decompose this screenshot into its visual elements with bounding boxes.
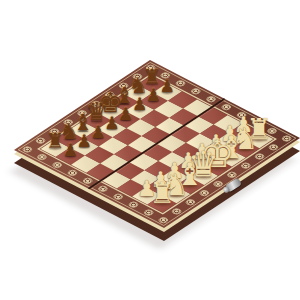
border-medallion [267, 143, 280, 151]
border-medallion [144, 64, 157, 72]
border-medallion [112, 193, 125, 201]
border-medallion [21, 146, 34, 154]
scene: ♜♟♞♟♝♟♚♟♛♟♝♟♟♞♜♟♟♜♞♟♟♝♟♚♟♛♟♝♟♞♟♜ [0, 0, 300, 300]
border-medallion [66, 169, 79, 177]
border-medallion [265, 127, 278, 135]
border-medallion [250, 119, 263, 127]
border-medallion [131, 73, 144, 81]
border-medallion [189, 87, 202, 95]
border-medallion [174, 79, 187, 87]
border-medallion [184, 198, 197, 206]
border-medallion [75, 109, 88, 117]
border-medallion [220, 103, 233, 111]
border-medallion [239, 162, 252, 170]
border-medallion [117, 82, 130, 90]
border-medallion [159, 72, 172, 80]
border-medallion [62, 118, 75, 126]
border-medallion [280, 135, 293, 143]
border-medallion [51, 161, 64, 169]
border-medallion [127, 201, 140, 209]
border-medallion [96, 185, 109, 193]
border-medallion [204, 95, 217, 103]
border-medallion [211, 180, 224, 188]
border-medallion [35, 153, 48, 161]
border-medallion [34, 137, 47, 145]
border-medallion [89, 100, 102, 108]
border-medallion [235, 111, 248, 119]
border-medallion [48, 128, 61, 136]
border-medallion [157, 216, 170, 224]
border-medallion [81, 177, 94, 185]
border-medallion [170, 207, 183, 215]
border-medallion [253, 153, 266, 161]
border-medallion [103, 91, 116, 99]
border-medallion [198, 189, 211, 197]
border-medallion [142, 209, 155, 217]
chess-board [14, 60, 300, 228]
